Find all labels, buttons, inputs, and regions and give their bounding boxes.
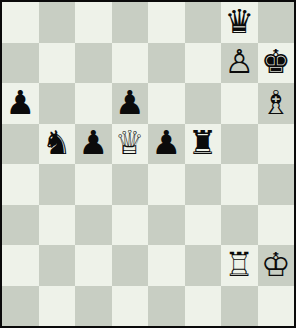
square-g4[interactable] [221, 164, 258, 205]
square-b4[interactable] [39, 164, 76, 205]
square-d8[interactable] [112, 2, 149, 43]
square-e8[interactable] [148, 2, 185, 43]
square-a6[interactable]: ♟ [2, 83, 39, 124]
black-pawn-piece[interactable]: ♟ [115, 86, 145, 119]
square-d6[interactable]: ♟ [112, 83, 149, 124]
square-f6[interactable] [185, 83, 222, 124]
square-c5[interactable]: ♟ [75, 124, 112, 165]
square-h6[interactable]: ♗ [258, 83, 295, 124]
square-a8[interactable] [2, 2, 39, 43]
square-a1[interactable] [2, 286, 39, 327]
square-h2[interactable]: ♔ [258, 245, 295, 286]
square-e1[interactable] [148, 286, 185, 327]
square-g6[interactable] [221, 83, 258, 124]
square-b1[interactable] [39, 286, 76, 327]
square-a3[interactable] [2, 205, 39, 246]
square-f8[interactable] [185, 2, 222, 43]
square-e7[interactable] [148, 43, 185, 84]
square-h4[interactable] [258, 164, 295, 205]
white-king-piece[interactable]: ♔ [261, 248, 291, 281]
square-e3[interactable] [148, 205, 185, 246]
square-g5[interactable] [221, 124, 258, 165]
black-queen-piece[interactable]: ♛ [224, 5, 254, 38]
square-c2[interactable] [75, 245, 112, 286]
square-b6[interactable] [39, 83, 76, 124]
square-d3[interactable] [112, 205, 149, 246]
square-a2[interactable] [2, 245, 39, 286]
square-e5[interactable]: ♟ [148, 124, 185, 165]
square-c7[interactable] [75, 43, 112, 84]
chess-diagram: ♛♙♚♟♟♗♞♟♕♟♜♖♔ [0, 0, 296, 328]
black-pawn-piece[interactable]: ♟ [151, 126, 181, 159]
square-f3[interactable] [185, 205, 222, 246]
black-pawn-piece[interactable]: ♟ [5, 86, 35, 119]
square-d1[interactable] [112, 286, 149, 327]
square-b2[interactable] [39, 245, 76, 286]
square-c4[interactable] [75, 164, 112, 205]
square-g7[interactable]: ♙ [221, 43, 258, 84]
square-a4[interactable] [2, 164, 39, 205]
square-f2[interactable] [185, 245, 222, 286]
square-d4[interactable] [112, 164, 149, 205]
chess-board[interactable]: ♛♙♚♟♟♗♞♟♕♟♜♖♔ [2, 2, 294, 326]
square-h5[interactable] [258, 124, 295, 165]
white-queen-piece[interactable]: ♕ [115, 126, 145, 159]
square-e2[interactable] [148, 245, 185, 286]
square-f4[interactable] [185, 164, 222, 205]
square-h3[interactable] [258, 205, 295, 246]
square-g8[interactable]: ♛ [221, 2, 258, 43]
square-h7[interactable]: ♚ [258, 43, 295, 84]
square-b5[interactable]: ♞ [39, 124, 76, 165]
square-f1[interactable] [185, 286, 222, 327]
square-c6[interactable] [75, 83, 112, 124]
square-a5[interactable] [2, 124, 39, 165]
square-g2[interactable]: ♖ [221, 245, 258, 286]
black-knight-piece[interactable]: ♞ [42, 126, 72, 159]
square-f5[interactable]: ♜ [185, 124, 222, 165]
board-frame: ♛♙♚♟♟♗♞♟♕♟♜♖♔ [0, 0, 296, 328]
white-rook-piece[interactable]: ♖ [224, 248, 254, 281]
black-rook-piece[interactable]: ♜ [188, 126, 218, 159]
square-b8[interactable] [39, 2, 76, 43]
square-d5[interactable]: ♕ [112, 124, 149, 165]
square-c3[interactable] [75, 205, 112, 246]
square-e6[interactable] [148, 83, 185, 124]
white-bishop-piece[interactable]: ♗ [261, 86, 291, 119]
black-pawn-piece[interactable]: ♟ [78, 126, 108, 159]
square-g3[interactable] [221, 205, 258, 246]
square-b7[interactable] [39, 43, 76, 84]
square-h1[interactable] [258, 286, 295, 327]
square-f7[interactable] [185, 43, 222, 84]
square-d2[interactable] [112, 245, 149, 286]
square-b3[interactable] [39, 205, 76, 246]
white-pawn-piece[interactable]: ♙ [224, 45, 254, 78]
square-a7[interactable] [2, 43, 39, 84]
square-g1[interactable] [221, 286, 258, 327]
square-h8[interactable] [258, 2, 295, 43]
black-king-piece[interactable]: ♚ [261, 45, 291, 78]
square-e4[interactable] [148, 164, 185, 205]
square-c1[interactable] [75, 286, 112, 327]
square-c8[interactable] [75, 2, 112, 43]
square-d7[interactable] [112, 43, 149, 84]
